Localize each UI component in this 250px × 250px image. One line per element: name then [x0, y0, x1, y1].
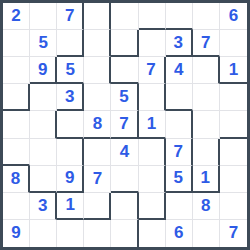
- cell-r4c7[interactable]: [166, 84, 193, 111]
- cell-r7c9[interactable]: [220, 166, 247, 193]
- given-digit: 7: [65, 6, 74, 26]
- cell-r7c7[interactable]: 5: [166, 166, 193, 193]
- cell-r9c3[interactable]: [57, 220, 84, 247]
- cell-r3c7[interactable]: 4: [166, 57, 193, 84]
- cell-r1c3[interactable]: 7: [57, 3, 84, 30]
- cell-r2c9[interactable]: [220, 30, 247, 57]
- given-digit: 8: [201, 196, 210, 216]
- cell-r6c3[interactable]: [57, 139, 84, 166]
- cell-r3c6[interactable]: 7: [139, 57, 166, 84]
- cell-r7c6[interactable]: [139, 166, 166, 193]
- given-digit: 5: [66, 60, 75, 80]
- cell-r8c5[interactable]: [111, 193, 138, 220]
- given-digit: 5: [119, 87, 128, 107]
- cell-r6c4[interactable]: [84, 139, 111, 166]
- cell-r8c8[interactable]: 8: [193, 193, 220, 220]
- given-digit: 5: [173, 168, 182, 188]
- cell-r7c3[interactable]: 9: [57, 166, 84, 193]
- cell-r3c5[interactable]: [111, 57, 138, 84]
- given-digit: 4: [174, 60, 183, 80]
- given-digit: 7: [146, 60, 155, 80]
- cell-r6c2[interactable]: [30, 139, 57, 166]
- cell-r5c8[interactable]: [193, 111, 220, 138]
- cell-r2c4[interactable]: [84, 30, 111, 57]
- cell-r1c2[interactable]: [30, 3, 57, 30]
- cell-r7c8[interactable]: 1: [193, 166, 220, 193]
- cell-r1c6[interactable]: [139, 3, 166, 30]
- cell-r2c8[interactable]: 7: [193, 30, 220, 57]
- cell-r5c3[interactable]: [57, 111, 84, 138]
- cell-r2c2[interactable]: 5: [30, 30, 57, 57]
- given-digit: 7: [173, 142, 182, 162]
- cell-r9c6[interactable]: [139, 220, 166, 247]
- cell-r3c1[interactable]: [3, 57, 30, 84]
- given-digit: 1: [201, 168, 210, 188]
- given-digit: 8: [11, 169, 20, 189]
- cell-r6c7[interactable]: 7: [166, 139, 193, 166]
- cell-r4c6[interactable]: [139, 84, 166, 111]
- given-digit: 9: [65, 168, 74, 188]
- given-digit: 1: [147, 114, 156, 134]
- cell-r2c7[interactable]: 3: [166, 30, 193, 57]
- cell-r8c3[interactable]: 1: [57, 193, 84, 220]
- given-digit: 1: [229, 60, 238, 80]
- cell-r8c4[interactable]: [84, 193, 111, 220]
- cell-r5c5[interactable]: 7: [111, 111, 138, 138]
- cell-r5c9[interactable]: [220, 111, 247, 138]
- cell-r1c5[interactable]: [111, 3, 138, 30]
- cell-r6c1[interactable]: [3, 139, 30, 166]
- cell-r7c4[interactable]: 7: [84, 166, 111, 193]
- cell-r4c3[interactable]: 3: [57, 84, 84, 111]
- given-digit: 9: [38, 60, 47, 80]
- cell-r8c9[interactable]: [220, 193, 247, 220]
- given-digit: 7: [93, 169, 102, 189]
- cell-r2c5[interactable]: [111, 30, 138, 57]
- cell-r1c1[interactable]: 2: [3, 3, 30, 30]
- cell-r5c6[interactable]: 1: [139, 111, 166, 138]
- given-digit: 9: [11, 223, 20, 243]
- cell-r6c8[interactable]: [193, 139, 220, 166]
- given-digit: 2: [11, 6, 20, 26]
- cell-r5c4[interactable]: 8: [84, 111, 111, 138]
- given-digit: 6: [229, 6, 238, 26]
- cell-r9c7[interactable]: 6: [166, 220, 193, 247]
- cell-r6c9[interactable]: [220, 139, 247, 166]
- cell-r6c5[interactable]: 4: [111, 139, 138, 166]
- cell-r4c1[interactable]: [3, 84, 30, 111]
- cell-r1c8[interactable]: [193, 3, 220, 30]
- cell-r9c1[interactable]: 9: [3, 220, 30, 247]
- cell-r8c1[interactable]: [3, 193, 30, 220]
- given-digit: 6: [174, 223, 183, 243]
- cell-r2c6[interactable]: [139, 30, 166, 57]
- given-digit: 3: [173, 33, 182, 53]
- cell-r1c4[interactable]: [84, 3, 111, 30]
- cell-r5c2[interactable]: [30, 111, 57, 138]
- cell-r4c9[interactable]: [220, 84, 247, 111]
- given-digit: 7: [119, 114, 128, 134]
- sudoku-board: 27653795741358714789751318967: [0, 0, 250, 250]
- cell-r7c2[interactable]: [30, 166, 57, 193]
- cell-r5c7[interactable]: [166, 111, 193, 138]
- cell-r8c7[interactable]: [166, 193, 193, 220]
- cell-r1c9[interactable]: 6: [220, 3, 247, 30]
- cell-r4c2[interactable]: [30, 84, 57, 111]
- given-digit: 7: [229, 223, 238, 243]
- cell-r2c3[interactable]: [57, 30, 84, 57]
- given-digit: 5: [38, 33, 47, 53]
- cell-r7c5[interactable]: [111, 166, 138, 193]
- cell-r9c2[interactable]: [30, 220, 57, 247]
- cell-r3c3[interactable]: 5: [57, 57, 84, 84]
- cell-r4c4[interactable]: [84, 84, 111, 111]
- cell-r9c9[interactable]: 7: [220, 220, 247, 247]
- cell-r9c8[interactable]: [193, 220, 220, 247]
- cell-r2c1[interactable]: [3, 30, 30, 57]
- cell-r8c6[interactable]: [139, 193, 166, 220]
- cell-r3c8[interactable]: [193, 57, 220, 84]
- cell-r3c2[interactable]: 9: [30, 57, 57, 84]
- cell-r8c2[interactable]: 3: [30, 193, 57, 220]
- cell-r7c1[interactable]: 8: [3, 166, 30, 193]
- given-digit: 8: [93, 114, 102, 134]
- given-digit: 1: [66, 195, 75, 215]
- cell-r5c1[interactable]: [3, 111, 30, 138]
- given-digit: 3: [38, 196, 47, 216]
- given-digit: 3: [65, 87, 74, 107]
- cell-r3c4[interactable]: [84, 57, 111, 84]
- given-digit: 7: [201, 33, 210, 53]
- cell-r6c6[interactable]: [139, 139, 166, 166]
- cell-r9c5[interactable]: [111, 220, 138, 247]
- given-digit: 4: [120, 142, 129, 162]
- cell-r4c5[interactable]: 5: [111, 84, 138, 111]
- cell-r3c9[interactable]: 1: [220, 57, 247, 84]
- cell-r1c7[interactable]: [166, 3, 193, 30]
- cell-r4c8[interactable]: [193, 84, 220, 111]
- cell-r9c4[interactable]: [84, 220, 111, 247]
